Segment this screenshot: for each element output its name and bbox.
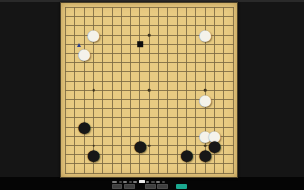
star-point — [204, 89, 207, 92]
star-point — [148, 34, 151, 37]
control-button-1[interactable] — [112, 184, 122, 189]
square-marker-J15 — [137, 42, 143, 48]
control-button-accent[interactable] — [176, 184, 187, 189]
video-frame: ●●●●●●●●●●●● — [0, 0, 304, 190]
caption-logo-chip — [139, 180, 145, 183]
control-button-4[interactable] — [157, 184, 168, 189]
star-point — [92, 34, 95, 37]
go-board[interactable]: ●●●●●●●●●●●● — [60, 2, 238, 178]
star-point — [92, 144, 95, 147]
caption-text-illegible — [112, 180, 165, 184]
star-point — [148, 89, 151, 92]
star-point — [148, 144, 151, 147]
star-point — [204, 34, 207, 37]
star-point — [92, 89, 95, 92]
triangle-marker-C15 — [77, 43, 81, 47]
star-point — [204, 144, 207, 147]
control-button-2[interactable] — [124, 184, 135, 189]
control-button-3[interactable] — [145, 184, 156, 189]
